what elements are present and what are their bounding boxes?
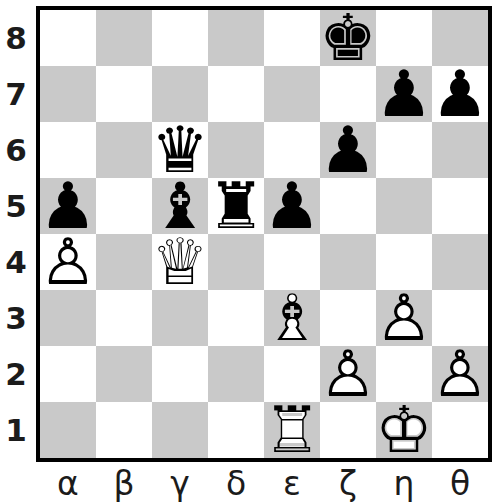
white-pawn-glyph: ♙ — [376, 290, 432, 346]
chess-board: ♚♟♟♛♟♟♝♜♟♟♙♛♕♝♗♟♙♟♙♟♙♜♖♚♔ — [36, 6, 492, 462]
square-ζ5[interactable] — [320, 178, 376, 234]
rank-labels: 87654321 — [0, 10, 32, 458]
piece-white-pawn-θ2: ♟♙ — [432, 346, 488, 402]
square-δ7[interactable] — [208, 66, 264, 122]
square-ε8[interactable] — [264, 10, 320, 66]
square-β6[interactable] — [96, 122, 152, 178]
rank-label-2: 2 — [0, 346, 32, 402]
square-α8[interactable] — [40, 10, 96, 66]
square-γ8[interactable] — [152, 10, 208, 66]
square-ζ4[interactable] — [320, 234, 376, 290]
rank-label-7: 7 — [0, 66, 32, 122]
square-η1[interactable]: ♚♔ — [376, 402, 432, 458]
square-γ3[interactable] — [152, 290, 208, 346]
square-δ4[interactable] — [208, 234, 264, 290]
square-δ5[interactable]: ♜ — [208, 178, 264, 234]
black-pawn-glyph: ♟ — [320, 122, 376, 178]
square-δ3[interactable] — [208, 290, 264, 346]
white-pawn-glyph: ♙ — [432, 346, 488, 402]
piece-black-pawn-ε5: ♟ — [264, 178, 320, 234]
square-ζ2[interactable]: ♟♙ — [320, 346, 376, 402]
square-β1[interactable] — [96, 402, 152, 458]
square-β5[interactable] — [96, 178, 152, 234]
square-α4[interactable]: ♟♙ — [40, 234, 96, 290]
square-ζ8[interactable]: ♚ — [320, 10, 376, 66]
piece-white-pawn-α4: ♟♙ — [40, 234, 96, 290]
black-pawn-glyph: ♟ — [264, 178, 320, 234]
square-θ7[interactable]: ♟ — [432, 66, 488, 122]
file-label-γ: γ — [152, 462, 208, 502]
square-θ4[interactable] — [432, 234, 488, 290]
square-α3[interactable] — [40, 290, 96, 346]
white-rook-glyph: ♖ — [264, 402, 320, 458]
square-γ2[interactable] — [152, 346, 208, 402]
file-label-θ: θ — [432, 462, 488, 502]
file-labels: αβγδεζηθ — [40, 462, 488, 502]
file-label-η: η — [376, 462, 432, 502]
piece-white-queen-γ4: ♛♕ — [152, 234, 208, 290]
square-α7[interactable] — [40, 66, 96, 122]
square-η5[interactable] — [376, 178, 432, 234]
white-king-glyph: ♔ — [376, 402, 432, 458]
square-ε5[interactable]: ♟ — [264, 178, 320, 234]
square-α1[interactable] — [40, 402, 96, 458]
square-ζ6[interactable]: ♟ — [320, 122, 376, 178]
black-pawn-glyph: ♟ — [376, 66, 432, 122]
rank-label-1: 1 — [0, 402, 32, 458]
square-γ1[interactable] — [152, 402, 208, 458]
square-η7[interactable]: ♟ — [376, 66, 432, 122]
file-label-β: β — [96, 462, 152, 502]
black-king-glyph: ♚ — [320, 10, 376, 66]
square-β4[interactable] — [96, 234, 152, 290]
chess-diagram-page: 87654321 ♚♟♟♛♟♟♝♜♟♟♙♛♕♝♗♟♙♟♙♟♙♜♖♚♔ αβγδε… — [0, 0, 499, 502]
file-label-α: α — [40, 462, 96, 502]
square-β3[interactable] — [96, 290, 152, 346]
square-ε3[interactable]: ♝♗ — [264, 290, 320, 346]
square-δ2[interactable] — [208, 346, 264, 402]
square-η6[interactable] — [376, 122, 432, 178]
square-η3[interactable]: ♟♙ — [376, 290, 432, 346]
square-θ2[interactable]: ♟♙ — [432, 346, 488, 402]
black-pawn-glyph: ♟ — [432, 66, 488, 122]
piece-black-pawn-ζ6: ♟ — [320, 122, 376, 178]
white-bishop-glyph: ♗ — [264, 290, 320, 346]
rank-label-8: 8 — [0, 10, 32, 66]
piece-black-pawn-η7: ♟ — [376, 66, 432, 122]
white-pawn-glyph: ♙ — [320, 346, 376, 402]
file-label-ζ: ζ — [320, 462, 376, 502]
white-pawn-glyph: ♙ — [40, 234, 96, 290]
rank-label-3: 3 — [0, 290, 32, 346]
black-rook-glyph: ♜ — [208, 178, 264, 234]
piece-black-king-ζ8: ♚ — [320, 10, 376, 66]
square-β2[interactable] — [96, 346, 152, 402]
piece-black-rook-δ5: ♜ — [208, 178, 264, 234]
square-θ1[interactable] — [432, 402, 488, 458]
piece-white-king-η1: ♚♔ — [376, 402, 432, 458]
square-α2[interactable] — [40, 346, 96, 402]
square-θ6[interactable] — [432, 122, 488, 178]
piece-black-pawn-θ7: ♟ — [432, 66, 488, 122]
square-θ5[interactable] — [432, 178, 488, 234]
square-ε7[interactable] — [264, 66, 320, 122]
white-queen-glyph: ♕ — [152, 234, 208, 290]
square-ζ1[interactable] — [320, 402, 376, 458]
square-γ4[interactable]: ♛♕ — [152, 234, 208, 290]
rank-label-6: 6 — [0, 122, 32, 178]
piece-white-pawn-ζ2: ♟♙ — [320, 346, 376, 402]
file-label-ε: ε — [264, 462, 320, 502]
piece-white-rook-ε1: ♜♖ — [264, 402, 320, 458]
square-β8[interactable] — [96, 10, 152, 66]
piece-white-pawn-η3: ♟♙ — [376, 290, 432, 346]
square-δ8[interactable] — [208, 10, 264, 66]
rank-label-4: 4 — [0, 234, 32, 290]
file-label-δ: δ — [208, 462, 264, 502]
square-β7[interactable] — [96, 66, 152, 122]
square-δ1[interactable] — [208, 402, 264, 458]
square-ε1[interactable]: ♜♖ — [264, 402, 320, 458]
piece-white-bishop-ε3: ♝♗ — [264, 290, 320, 346]
rank-label-5: 5 — [0, 178, 32, 234]
